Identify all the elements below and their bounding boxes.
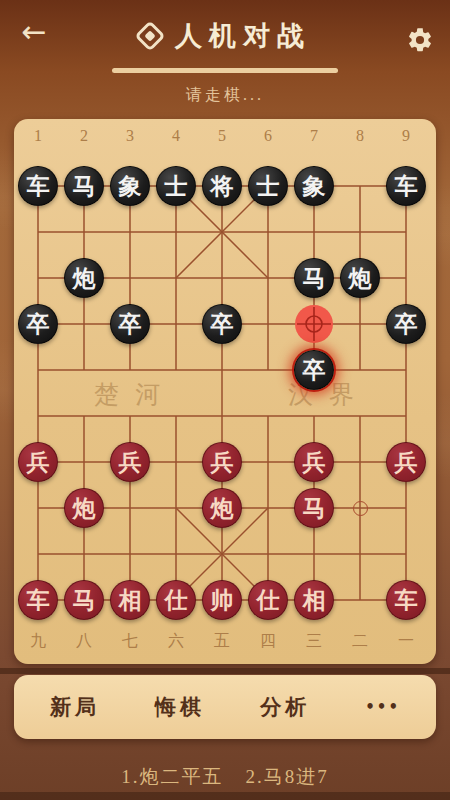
piece-character: 车 — [395, 589, 418, 612]
piece-red-炮[interactable]: 炮 — [202, 488, 242, 528]
piece-character: 兵 — [211, 451, 234, 474]
file-label-top: 3 — [118, 127, 142, 145]
app-diamond-icon — [134, 20, 165, 51]
piece-red-仕[interactable]: 仕 — [248, 580, 288, 620]
piece-character: 炮 — [349, 267, 372, 290]
more-options-button[interactable]: ••• — [363, 692, 402, 722]
piece-red-兵[interactable]: 兵 — [110, 442, 150, 482]
piece-red-炮[interactable]: 炮 — [64, 488, 104, 528]
piece-character: 仕 — [165, 589, 188, 612]
piece-character: 炮 — [73, 267, 96, 290]
piece-black-象[interactable]: 象 — [110, 166, 150, 206]
file-label-bottom: 七 — [118, 631, 142, 652]
piece-red-仕[interactable]: 仕 — [156, 580, 196, 620]
piece-black-马[interactable]: 马 — [294, 258, 334, 298]
undo-move-button[interactable]: 悔棋 — [153, 687, 207, 727]
piece-character: 马 — [303, 267, 326, 290]
piece-black-卒[interactable]: 卒 — [18, 304, 58, 344]
piece-character: 将 — [211, 175, 234, 198]
action-bar: 新局 悔棋 分析 ••• — [14, 675, 436, 739]
file-label-top: 8 — [348, 127, 372, 145]
file-label-bottom: 八 — [72, 631, 96, 652]
piece-red-兵[interactable]: 兵 — [294, 442, 334, 482]
piece-character: 卒 — [211, 313, 234, 336]
piece-character: 车 — [27, 589, 50, 612]
piece-character: 帅 — [211, 589, 234, 612]
title-underline — [112, 68, 338, 73]
last-move-origin-marker — [295, 305, 333, 343]
piece-black-炮[interactable]: 炮 — [64, 258, 104, 298]
piece-character: 卒 — [303, 359, 326, 382]
file-label-top: 9 — [394, 127, 418, 145]
wood-plank-shade — [0, 792, 450, 800]
piece-character: 相 — [119, 589, 142, 612]
move-entry: 1.炮二平五 — [121, 764, 223, 790]
piece-character: 马 — [73, 589, 96, 612]
file-label-top: 7 — [302, 127, 326, 145]
piece-red-兵[interactable]: 兵 — [202, 442, 242, 482]
piece-character: 相 — [303, 589, 326, 612]
piece-character: 炮 — [211, 497, 234, 520]
piece-black-象[interactable]: 象 — [294, 166, 334, 206]
piece-red-马[interactable]: 马 — [294, 488, 334, 528]
piece-character: 兵 — [395, 451, 418, 474]
file-label-top: 4 — [164, 127, 188, 145]
piece-red-相[interactable]: 相 — [110, 580, 150, 620]
piece-character: 仕 — [257, 589, 280, 612]
piece-black-卒[interactable]: 卒 — [294, 350, 334, 390]
top-bar: ← 人机对战 — [0, 0, 450, 62]
file-label-top: 1 — [26, 127, 50, 145]
piece-black-车[interactable]: 车 — [386, 166, 426, 206]
app-root: ← 人机对战 请走棋... — [0, 0, 450, 800]
piece-character: 炮 — [73, 497, 96, 520]
piece-character: 象 — [303, 175, 326, 198]
piece-black-炮[interactable]: 炮 — [340, 258, 380, 298]
piece-character: 马 — [73, 175, 96, 198]
file-label-bottom: 三 — [302, 631, 326, 652]
file-label-top: 5 — [210, 127, 234, 145]
file-label-bottom: 二 — [348, 631, 372, 652]
piece-character: 卒 — [395, 313, 418, 336]
piece-character: 车 — [395, 175, 418, 198]
piece-character: 象 — [119, 175, 142, 198]
piece-red-帅[interactable]: 帅 — [202, 580, 242, 620]
move-entry: 2.马8进7 — [246, 764, 329, 790]
piece-character: 马 — [303, 497, 326, 520]
piece-red-相[interactable]: 相 — [294, 580, 334, 620]
piece-red-兵[interactable]: 兵 — [386, 442, 426, 482]
file-label-bottom: 五 — [210, 631, 234, 652]
piece-black-将[interactable]: 将 — [202, 166, 242, 206]
piece-black-卒[interactable]: 卒 — [202, 304, 242, 344]
file-label-top: 6 — [256, 127, 280, 145]
file-label-bottom: 一 — [394, 631, 418, 652]
wood-plank-gap — [0, 668, 450, 674]
piece-black-卒[interactable]: 卒 — [110, 304, 150, 344]
piece-red-车[interactable]: 车 — [18, 580, 58, 620]
analyze-button[interactable]: 分析 — [258, 687, 312, 727]
river-label-chuhe: 楚河 — [72, 378, 182, 411]
piece-character: 士 — [165, 175, 188, 198]
status-text: 请走棋... — [0, 85, 450, 106]
piece-red-兵[interactable]: 兵 — [18, 442, 58, 482]
new-game-button[interactable]: 新局 — [48, 687, 102, 727]
vacant-point-circle-marker — [353, 501, 368, 516]
piece-black-士[interactable]: 士 — [248, 166, 288, 206]
piece-character: 兵 — [27, 451, 50, 474]
piece-character: 兵 — [119, 451, 142, 474]
page-title: 人机对战 — [175, 18, 311, 54]
piece-character: 卒 — [27, 313, 50, 336]
settings-gear-icon[interactable] — [406, 26, 434, 54]
move-list-ticker: 1.炮二平五2.马8进7 — [0, 764, 450, 790]
piece-character: 士 — [257, 175, 280, 198]
piece-character: 兵 — [303, 451, 326, 474]
piece-black-车[interactable]: 车 — [18, 166, 58, 206]
title-group: 人机对战 — [0, 18, 450, 54]
piece-black-马[interactable]: 马 — [64, 166, 104, 206]
piece-black-卒[interactable]: 卒 — [386, 304, 426, 344]
piece-character: 卒 — [119, 313, 142, 336]
piece-red-车[interactable]: 车 — [386, 580, 426, 620]
piece-red-马[interactable]: 马 — [64, 580, 104, 620]
file-label-bottom: 四 — [256, 631, 280, 652]
file-label-bottom: 六 — [164, 631, 188, 652]
xiangqi-board[interactable]: 楚河 汉界 123456789 九八七六五四三二一 车马象士将士象车炮马炮卒卒卒… — [14, 119, 436, 664]
piece-character: 车 — [27, 175, 50, 198]
file-label-top: 2 — [72, 127, 96, 145]
piece-black-士[interactable]: 士 — [156, 166, 196, 206]
file-label-bottom: 九 — [26, 631, 50, 652]
